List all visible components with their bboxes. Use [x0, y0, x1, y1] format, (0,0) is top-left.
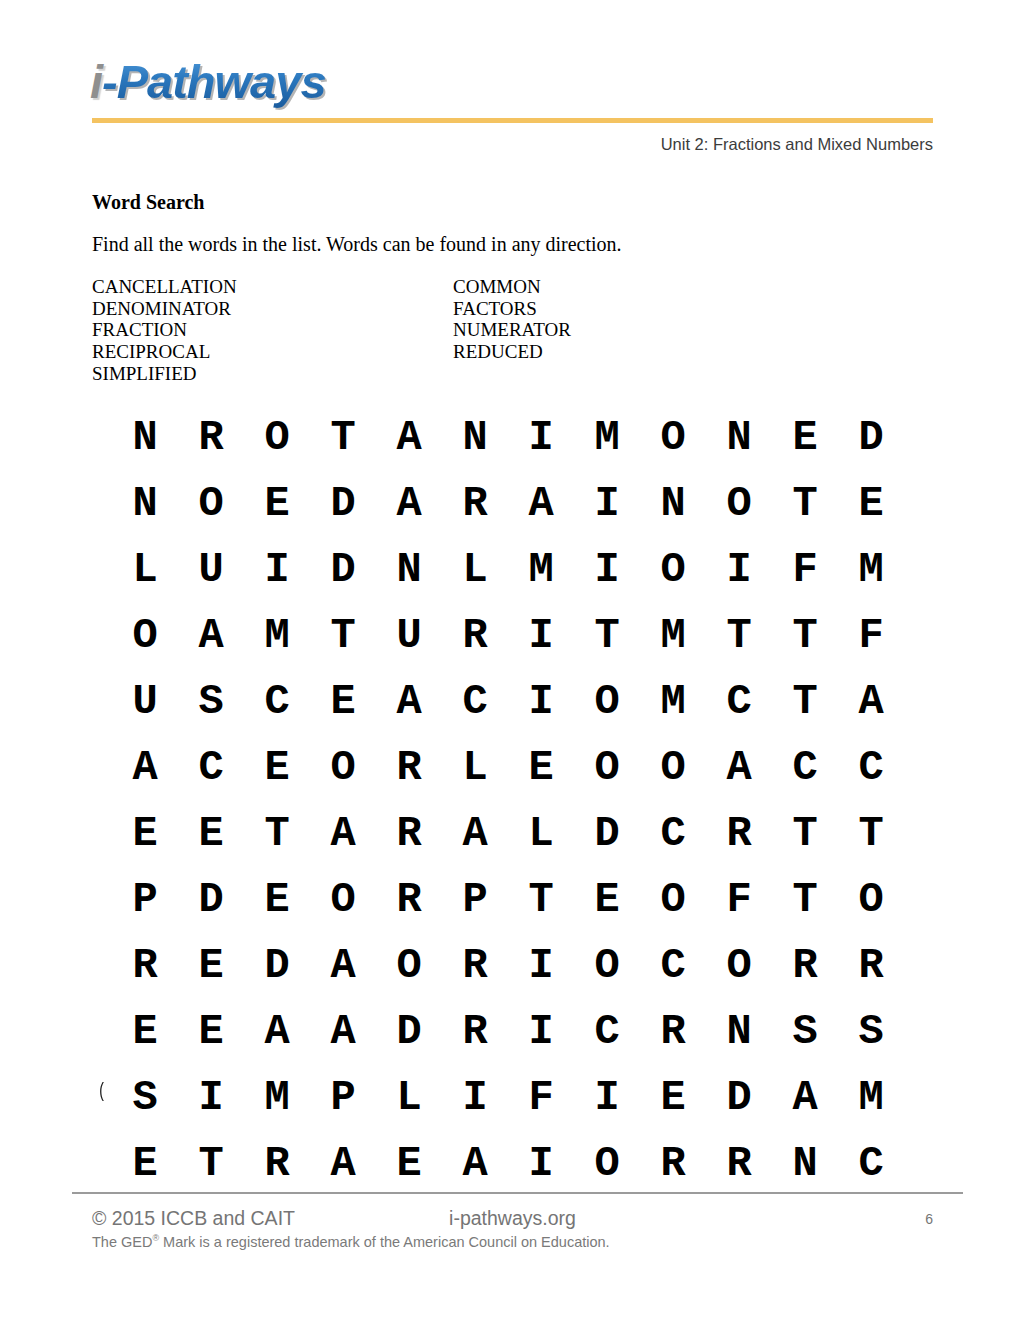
grid-edge-artifact: (: [98, 1080, 106, 1103]
grid-cell-r2c1: N: [112, 471, 178, 537]
word-list-item: COMMON: [453, 276, 571, 298]
grid-cell-r11c9: E: [640, 1065, 706, 1131]
grid-cell-r2c7: A: [508, 471, 574, 537]
grid-cell-r6c9: O: [640, 735, 706, 801]
letter-grid: NROTANIMONEDNOEDARAINOTELUIDNLMIOIFMOAMT…: [112, 405, 904, 1197]
grid-cell-r3c10: I: [706, 537, 772, 603]
grid-cell-r11c5: L: [376, 1065, 442, 1131]
grid-cell-r8c10: F: [706, 867, 772, 933]
grid-cell-r12c4: A: [310, 1131, 376, 1197]
word-list-column-2: COMMONFACTORSNUMERATORREDUCED: [453, 276, 571, 363]
grid-cell-r2c9: N: [640, 471, 706, 537]
grid-cell-r8c12: O: [838, 867, 904, 933]
trademark-suffix: Mark is a registered trademark of the Am…: [159, 1234, 610, 1250]
grid-cell-r5c12: A: [838, 669, 904, 735]
grid-cell-r4c1: O: [112, 603, 178, 669]
grid-cell-r12c9: R: [640, 1131, 706, 1197]
grid-cell-r8c2: D: [178, 867, 244, 933]
grid-cell-r1c10: N: [706, 405, 772, 471]
word-list-item: NUMERATOR: [453, 319, 571, 341]
word-list-item: DENOMINATOR: [92, 298, 237, 320]
grid-cell-r12c6: A: [442, 1131, 508, 1197]
grid-cell-r4c7: I: [508, 603, 574, 669]
grid-cell-r2c10: O: [706, 471, 772, 537]
grid-cell-r10c8: C: [574, 999, 640, 1065]
grid-cell-r10c4: A: [310, 999, 376, 1065]
grid-cell-r3c3: I: [244, 537, 310, 603]
grid-cell-r5c7: I: [508, 669, 574, 735]
grid-cell-r1c6: N: [442, 405, 508, 471]
grid-cell-r12c7: I: [508, 1131, 574, 1197]
grid-cell-r3c11: F: [772, 537, 838, 603]
grid-cell-r6c10: A: [706, 735, 772, 801]
grid-cell-r9c11: R: [772, 933, 838, 999]
grid-cell-r10c2: E: [178, 999, 244, 1065]
grid-cell-r4c4: T: [310, 603, 376, 669]
grid-cell-r7c3: T: [244, 801, 310, 867]
grid-cell-r10c12: S: [838, 999, 904, 1065]
grid-cell-r10c5: D: [376, 999, 442, 1065]
header-accent-line: [92, 118, 933, 123]
word-list-item: FRACTION: [92, 319, 237, 341]
grid-cell-r11c7: F: [508, 1065, 574, 1131]
grid-cell-r2c5: A: [376, 471, 442, 537]
grid-cell-r10c9: R: [640, 999, 706, 1065]
grid-cell-r7c7: L: [508, 801, 574, 867]
grid-cell-r4c5: U: [376, 603, 442, 669]
grid-cell-r10c7: I: [508, 999, 574, 1065]
grid-cell-r10c1: E: [112, 999, 178, 1065]
grid-cell-r5c6: C: [442, 669, 508, 735]
grid-cell-r5c1: U: [112, 669, 178, 735]
grid-cell-r11c3: M: [244, 1065, 310, 1131]
grid-cell-r2c11: T: [772, 471, 838, 537]
grid-cell-r6c6: L: [442, 735, 508, 801]
grid-cell-r12c5: E: [376, 1131, 442, 1197]
grid-cell-r9c3: D: [244, 933, 310, 999]
grid-cell-r7c10: R: [706, 801, 772, 867]
grid-cell-r9c1: R: [112, 933, 178, 999]
grid-cell-r9c7: I: [508, 933, 574, 999]
grid-cell-r6c12: C: [838, 735, 904, 801]
grid-cell-r1c5: A: [376, 405, 442, 471]
grid-cell-r6c5: R: [376, 735, 442, 801]
grid-cell-r12c1: E: [112, 1131, 178, 1197]
footer-row: © 2015 ICCB and CAIT i-pathways.org 6: [92, 1207, 933, 1231]
grid-cell-r10c10: N: [706, 999, 772, 1065]
grid-cell-r1c1: N: [112, 405, 178, 471]
grid-cell-r8c1: P: [112, 867, 178, 933]
grid-cell-r5c5: A: [376, 669, 442, 735]
grid-cell-r1c2: R: [178, 405, 244, 471]
grid-cell-r5c4: E: [310, 669, 376, 735]
grid-cell-r1c4: T: [310, 405, 376, 471]
grid-cell-r11c6: I: [442, 1065, 508, 1131]
grid-cell-r6c8: O: [574, 735, 640, 801]
grid-cell-r6c7: E: [508, 735, 574, 801]
grid-cell-r1c8: M: [574, 405, 640, 471]
grid-cell-r9c4: A: [310, 933, 376, 999]
grid-cell-r3c4: D: [310, 537, 376, 603]
grid-cell-r7c1: E: [112, 801, 178, 867]
grid-cell-r6c1: A: [112, 735, 178, 801]
grid-cell-r8c4: O: [310, 867, 376, 933]
grid-cell-r5c10: C: [706, 669, 772, 735]
grid-cell-r1c9: O: [640, 405, 706, 471]
grid-cell-r8c9: O: [640, 867, 706, 933]
grid-cell-r7c11: T: [772, 801, 838, 867]
grid-cell-r4c2: A: [178, 603, 244, 669]
footer-site-link: i-pathways.org: [92, 1207, 933, 1230]
grid-cell-r9c8: O: [574, 933, 640, 999]
grid-cell-r4c12: F: [838, 603, 904, 669]
grid-cell-r6c4: O: [310, 735, 376, 801]
grid-cell-r11c10: D: [706, 1065, 772, 1131]
grid-cell-r7c6: A: [442, 801, 508, 867]
grid-cell-r7c2: E: [178, 801, 244, 867]
instructions-text: Find all the words in the list. Words ca…: [92, 233, 622, 256]
grid-cell-r1c3: O: [244, 405, 310, 471]
grid-cell-r11c11: A: [772, 1065, 838, 1131]
word-list-item: REDUCED: [453, 341, 571, 363]
grid-cell-r9c10: O: [706, 933, 772, 999]
word-list-item: CANCELLATION: [92, 276, 237, 298]
grid-cell-r10c6: R: [442, 999, 508, 1065]
grid-cell-r8c5: R: [376, 867, 442, 933]
grid-cell-r2c12: E: [838, 471, 904, 537]
grid-cell-r12c3: R: [244, 1131, 310, 1197]
word-list-column-1: CANCELLATIONDENOMINATORFRACTIONRECIPROCA…: [92, 276, 237, 385]
grid-cell-r8c7: T: [508, 867, 574, 933]
grid-cell-r12c11: N: [772, 1131, 838, 1197]
grid-cell-r8c6: P: [442, 867, 508, 933]
grid-cell-r9c9: C: [640, 933, 706, 999]
grid-cell-r3c7: M: [508, 537, 574, 603]
grid-cell-r4c8: T: [574, 603, 640, 669]
grid-cell-r5c2: S: [178, 669, 244, 735]
grid-cell-r9c5: O: [376, 933, 442, 999]
grid-cell-r4c10: T: [706, 603, 772, 669]
grid-cell-r10c11: S: [772, 999, 838, 1065]
grid-cell-r2c3: E: [244, 471, 310, 537]
i-pathways-logo: i-Pathways: [90, 54, 326, 109]
word-list-item: RECIPROCAL: [92, 341, 237, 363]
word-list-item: FACTORS: [453, 298, 571, 320]
grid-cell-r10c3: A: [244, 999, 310, 1065]
grid-cell-r7c12: T: [838, 801, 904, 867]
grid-cell-r12c12: C: [838, 1131, 904, 1197]
footer-page-number: 6: [925, 1211, 933, 1227]
grid-cell-r4c11: T: [772, 603, 838, 669]
grid-cell-r12c8: O: [574, 1131, 640, 1197]
grid-cell-r5c9: M: [640, 669, 706, 735]
grid-cell-r9c12: R: [838, 933, 904, 999]
grid-cell-r7c5: R: [376, 801, 442, 867]
grid-cell-r7c8: D: [574, 801, 640, 867]
grid-cell-r3c12: M: [838, 537, 904, 603]
grid-cell-r1c11: E: [772, 405, 838, 471]
logo-pathways-part: -Pathways: [102, 55, 325, 108]
grid-cell-r4c6: R: [442, 603, 508, 669]
grid-cell-r3c2: U: [178, 537, 244, 603]
grid-cell-r3c8: I: [574, 537, 640, 603]
grid-cell-r7c9: C: [640, 801, 706, 867]
grid-cell-r3c5: N: [376, 537, 442, 603]
grid-cell-r11c12: M: [838, 1065, 904, 1131]
grid-cell-r5c3: C: [244, 669, 310, 735]
grid-cell-r2c6: R: [442, 471, 508, 537]
logo-i-part: i: [90, 55, 102, 108]
page-title: Word Search: [92, 191, 204, 214]
grid-cell-r12c10: R: [706, 1131, 772, 1197]
grid-cell-r11c4: P: [310, 1065, 376, 1131]
grid-cell-r1c7: I: [508, 405, 574, 471]
grid-cell-r6c3: E: [244, 735, 310, 801]
grid-cell-r11c8: I: [574, 1065, 640, 1131]
trademark-prefix: The GED: [92, 1234, 152, 1250]
grid-cell-r2c4: D: [310, 471, 376, 537]
worksheet-page: i-Pathways Unit 2: Fractions and Mixed N…: [0, 0, 1024, 1325]
word-list-item: SIMPLIFIED: [92, 363, 237, 385]
grid-cell-r8c8: E: [574, 867, 640, 933]
grid-cell-r11c1: S: [112, 1065, 178, 1131]
grid-cell-r3c9: O: [640, 537, 706, 603]
grid-cell-r8c11: T: [772, 867, 838, 933]
grid-cell-r9c6: R: [442, 933, 508, 999]
grid-cell-r7c4: A: [310, 801, 376, 867]
grid-cell-r1c12: D: [838, 405, 904, 471]
footer-divider: [72, 1192, 963, 1194]
grid-cell-r3c6: L: [442, 537, 508, 603]
grid-cell-r8c3: E: [244, 867, 310, 933]
grid-cell-r3c1: L: [112, 537, 178, 603]
unit-label: Unit 2: Fractions and Mixed Numbers: [0, 135, 933, 154]
grid-cell-r2c8: I: [574, 471, 640, 537]
grid-cell-r5c8: O: [574, 669, 640, 735]
grid-cell-r12c2: T: [178, 1131, 244, 1197]
grid-cell-r4c9: M: [640, 603, 706, 669]
grid-cell-r5c11: T: [772, 669, 838, 735]
grid-cell-r4c3: M: [244, 603, 310, 669]
grid-cell-r11c2: I: [178, 1065, 244, 1131]
footer-trademark: The GED® Mark is a registered trademark …: [92, 1233, 610, 1250]
grid-cell-r6c2: C: [178, 735, 244, 801]
grid-cell-r6c11: C: [772, 735, 838, 801]
grid-cell-r2c2: O: [178, 471, 244, 537]
grid-cell-r9c2: E: [178, 933, 244, 999]
